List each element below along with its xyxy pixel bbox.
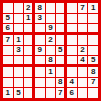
cell-r9c5[interactable] — [46, 88, 56, 98]
cell-r5c7[interactable] — [67, 46, 77, 56]
cell-r7c3[interactable] — [24, 67, 34, 77]
sudoku-board: 2871513697123952845188471576 — [0, 0, 101, 101]
cell-r5c1[interactable] — [3, 46, 13, 56]
cell-r4c7[interactable] — [67, 35, 77, 45]
cell-r2c5[interactable] — [46, 14, 56, 24]
cell-r9c2: 5 — [14, 88, 24, 98]
cell-r1c6[interactable] — [56, 3, 66, 13]
cell-r1c4: 8 — [35, 3, 45, 13]
cell-r8c4[interactable] — [35, 78, 45, 88]
cell-r8c6: 8 — [56, 78, 66, 88]
cell-r3c3[interactable] — [24, 24, 34, 34]
cell-r5c9[interactable] — [88, 46, 98, 56]
cell-r6c4[interactable] — [35, 56, 45, 66]
cell-r1c9: 1 — [88, 3, 98, 13]
cell-r4c2: 1 — [14, 35, 24, 45]
cell-r9c3[interactable] — [24, 88, 34, 98]
cell-r7c2[interactable] — [14, 67, 24, 77]
cell-r9c9[interactable] — [88, 88, 98, 98]
cell-r4c9[interactable] — [88, 35, 98, 45]
cell-r3c5: 9 — [46, 24, 56, 34]
cell-r8c7: 4 — [67, 78, 77, 88]
cell-r2c6[interactable] — [56, 14, 66, 24]
cell-r6c3[interactable] — [24, 56, 34, 66]
cell-r6c5: 8 — [46, 56, 56, 66]
cell-r1c1[interactable] — [3, 3, 13, 13]
cell-r3c2[interactable] — [14, 24, 24, 34]
cell-r4c8[interactable] — [78, 35, 88, 45]
cell-r4c5: 2 — [46, 35, 56, 45]
cell-r7c5: 1 — [46, 67, 56, 77]
cell-r4c6[interactable] — [56, 35, 66, 45]
cell-r2c9[interactable] — [88, 14, 98, 24]
cell-r7c9: 8 — [88, 67, 98, 77]
cell-r2c8[interactable] — [78, 14, 88, 24]
cell-r5c8: 2 — [78, 46, 88, 56]
cell-r8c2[interactable] — [14, 78, 24, 88]
cell-r2c1: 5 — [3, 14, 13, 24]
cell-r5c3[interactable] — [24, 46, 34, 56]
cell-r8c9: 7 — [88, 78, 98, 88]
cell-r4c1: 7 — [3, 35, 13, 45]
cell-r9c1: 1 — [3, 88, 13, 98]
cell-r3c8[interactable] — [78, 24, 88, 34]
cell-r1c5[interactable] — [46, 3, 56, 13]
cell-r7c6[interactable] — [56, 67, 66, 77]
cell-r9c8[interactable] — [78, 88, 88, 98]
cell-r5c5[interactable] — [46, 46, 56, 56]
cell-r8c1[interactable] — [3, 78, 13, 88]
cell-r1c7[interactable] — [67, 3, 77, 13]
cell-r6c6[interactable] — [56, 56, 66, 66]
cell-r4c4[interactable] — [35, 35, 45, 45]
cell-r6c1[interactable] — [3, 56, 13, 66]
cell-r9c7: 6 — [67, 88, 77, 98]
cell-r2c3: 1 — [24, 14, 34, 24]
cell-r4c3[interactable] — [24, 35, 34, 45]
cell-r6c9: 5 — [88, 56, 98, 66]
cell-r8c3[interactable] — [24, 78, 34, 88]
cell-r6c7[interactable] — [67, 56, 77, 66]
cell-r3c4[interactable] — [35, 24, 45, 34]
cell-r9c4[interactable] — [35, 88, 45, 98]
cell-r2c7[interactable] — [67, 14, 77, 24]
cell-r1c8: 7 — [78, 3, 88, 13]
cell-r5c2: 3 — [14, 46, 24, 56]
cell-r9c6: 7 — [56, 88, 66, 98]
cell-r6c2[interactable] — [14, 56, 24, 66]
cell-r8c8[interactable] — [78, 78, 88, 88]
cell-r2c4: 3 — [35, 14, 45, 24]
cell-r2c2[interactable] — [14, 14, 24, 24]
cell-r3c9[interactable] — [88, 24, 98, 34]
cell-r7c8[interactable] — [78, 67, 88, 77]
cell-r5c4: 9 — [35, 46, 45, 56]
cell-r1c2[interactable] — [14, 3, 24, 13]
cell-r7c7[interactable] — [67, 67, 77, 77]
cell-r7c1[interactable] — [3, 67, 13, 77]
cell-r3c6[interactable] — [56, 24, 66, 34]
cell-r3c1: 6 — [3, 24, 13, 34]
cell-r3c7[interactable] — [67, 24, 77, 34]
cell-r8c5[interactable] — [46, 78, 56, 88]
cell-r5c6: 5 — [56, 46, 66, 56]
cell-r1c3: 2 — [24, 3, 34, 13]
cell-r6c8: 4 — [78, 56, 88, 66]
cell-r7c4[interactable] — [35, 67, 45, 77]
